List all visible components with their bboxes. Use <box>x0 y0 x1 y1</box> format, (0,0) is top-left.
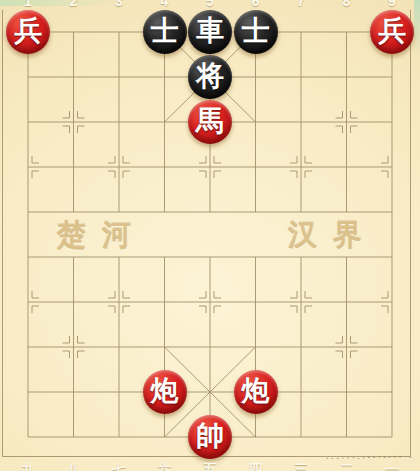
xiangqi-board: 楚河 汉界 兵士車士兵将馬炮炮帥 123456789九八七六五四三二一 ··-·… <box>0 0 420 471</box>
piece-char: 炮 <box>151 377 179 405</box>
black-advisor-right[interactable]: 士 <box>234 10 278 54</box>
black-advisor-left[interactable]: 士 <box>143 10 187 54</box>
piece-char: 士 <box>151 17 179 45</box>
red-soldier-left[interactable]: 兵 <box>6 10 50 54</box>
watermark: ··-···-····-··· - <box>325 453 414 463</box>
red-king[interactable]: 帥 <box>188 415 232 459</box>
black-general[interactable]: 将 <box>188 55 232 99</box>
red-horse[interactable]: 馬 <box>188 100 232 144</box>
black-chariot[interactable]: 車 <box>188 10 232 54</box>
piece-char: 馬 <box>196 107 224 135</box>
piece-char: 車 <box>196 17 224 45</box>
pieces-grid[interactable]: 兵士車士兵将馬炮炮帥 <box>5 10 415 460</box>
red-cannon-left[interactable]: 炮 <box>143 370 187 414</box>
piece-char: 兵 <box>378 17 406 45</box>
piece-char: 炮 <box>242 377 270 405</box>
piece-char: 士 <box>242 17 270 45</box>
red-cannon-right[interactable]: 炮 <box>234 370 278 414</box>
piece-char: 帥 <box>196 422 224 450</box>
red-soldier-right[interactable]: 兵 <box>370 10 414 54</box>
piece-char: 兵 <box>14 17 42 45</box>
piece-char: 将 <box>196 62 224 90</box>
